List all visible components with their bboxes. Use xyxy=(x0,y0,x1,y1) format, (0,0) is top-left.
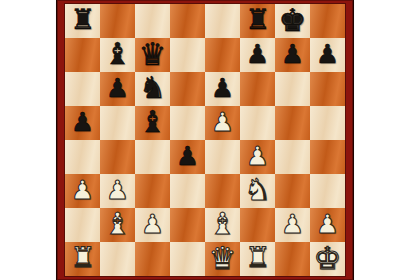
square-g2: ♟ xyxy=(275,208,310,242)
white-rook-icon: ♜ xyxy=(70,244,95,272)
white-bishop-icon: ♝ xyxy=(209,209,236,239)
square-e2: ♝ xyxy=(205,208,240,242)
square-c8 xyxy=(135,4,170,38)
white-pawn-icon: ♟ xyxy=(141,211,164,237)
square-c4 xyxy=(135,140,170,174)
square-a4 xyxy=(65,140,100,174)
white-bishop-icon: ♝ xyxy=(104,209,131,239)
black-pawn-icon: ♟ xyxy=(281,41,304,67)
black-pawn-icon: ♟ xyxy=(106,75,129,101)
black-king-icon: ♚ xyxy=(279,5,307,36)
square-d1 xyxy=(170,242,205,276)
white-knight-icon: ♞ xyxy=(244,175,271,205)
square-d5 xyxy=(170,106,205,140)
square-b4 xyxy=(100,140,135,174)
square-e7 xyxy=(205,38,240,72)
square-h2: ♟ xyxy=(310,208,345,242)
square-e6: ♟ xyxy=(205,72,240,106)
square-e3 xyxy=(205,174,240,208)
black-pawn-icon: ♟ xyxy=(246,41,269,67)
square-b3: ♟ xyxy=(100,174,135,208)
black-pawn-icon: ♟ xyxy=(176,143,199,169)
chess-board: ♜♜♚♝♛♟♟♟♟♞♟♟♝♟♟♟♟♟♞♝♟♝♟♟♜♛♜♚ xyxy=(65,4,345,276)
square-h6 xyxy=(310,72,345,106)
square-a5: ♟ xyxy=(65,106,100,140)
square-g4 xyxy=(275,140,310,174)
black-pawn-icon: ♟ xyxy=(71,109,94,135)
square-b7: ♝ xyxy=(100,38,135,72)
square-d6 xyxy=(170,72,205,106)
white-pawn-icon: ♟ xyxy=(246,143,269,169)
square-h7: ♟ xyxy=(310,38,345,72)
square-h4 xyxy=(310,140,345,174)
square-b6: ♟ xyxy=(100,72,135,106)
chess-board-frame: ♜♜♚♝♛♟♟♟♟♞♟♟♝♟♟♟♟♟♞♝♟♝♟♟♜♛♜♚ xyxy=(57,0,353,280)
black-rook-icon: ♜ xyxy=(70,6,95,34)
square-d4: ♟ xyxy=(170,140,205,174)
square-a7 xyxy=(65,38,100,72)
square-g8: ♚ xyxy=(275,4,310,38)
square-a3: ♟ xyxy=(65,174,100,208)
square-d3 xyxy=(170,174,205,208)
square-d8 xyxy=(170,4,205,38)
square-e8 xyxy=(205,4,240,38)
square-d2 xyxy=(170,208,205,242)
square-f6 xyxy=(240,72,275,106)
white-pawn-icon: ♟ xyxy=(281,211,304,237)
square-e5: ♟ xyxy=(205,106,240,140)
square-c2: ♟ xyxy=(135,208,170,242)
square-f3: ♞ xyxy=(240,174,275,208)
square-c3 xyxy=(135,174,170,208)
square-e4 xyxy=(205,140,240,174)
square-f8: ♜ xyxy=(240,4,275,38)
square-g5 xyxy=(275,106,310,140)
square-h5 xyxy=(310,106,345,140)
square-f2 xyxy=(240,208,275,242)
white-king-icon: ♚ xyxy=(314,243,342,274)
square-c7: ♛ xyxy=(135,38,170,72)
black-pawn-icon: ♟ xyxy=(316,41,339,67)
white-pawn-icon: ♟ xyxy=(71,177,94,203)
square-g7: ♟ xyxy=(275,38,310,72)
white-pawn-icon: ♟ xyxy=(211,109,234,135)
square-h8 xyxy=(310,4,345,38)
square-c6: ♞ xyxy=(135,72,170,106)
square-f4: ♟ xyxy=(240,140,275,174)
white-rook-icon: ♜ xyxy=(245,244,270,272)
square-g6 xyxy=(275,72,310,106)
square-h1: ♚ xyxy=(310,242,345,276)
white-pawn-icon: ♟ xyxy=(316,211,339,237)
square-b8 xyxy=(100,4,135,38)
black-pawn-icon: ♟ xyxy=(211,75,234,101)
square-f1: ♜ xyxy=(240,242,275,276)
black-bishop-icon: ♝ xyxy=(104,39,131,69)
square-a2 xyxy=(65,208,100,242)
square-d7 xyxy=(170,38,205,72)
square-a6 xyxy=(65,72,100,106)
black-bishop-icon: ♝ xyxy=(139,107,166,137)
black-rook-icon: ♜ xyxy=(245,6,270,34)
black-knight-icon: ♞ xyxy=(139,73,166,103)
square-b1 xyxy=(100,242,135,276)
square-b2: ♝ xyxy=(100,208,135,242)
white-queen-icon: ♛ xyxy=(209,243,237,274)
square-f7: ♟ xyxy=(240,38,275,72)
square-f5 xyxy=(240,106,275,140)
black-queen-icon: ♛ xyxy=(139,39,167,70)
square-c5: ♝ xyxy=(135,106,170,140)
white-pawn-icon: ♟ xyxy=(106,177,129,203)
square-h3 xyxy=(310,174,345,208)
square-a8: ♜ xyxy=(65,4,100,38)
square-a1: ♜ xyxy=(65,242,100,276)
square-g1 xyxy=(275,242,310,276)
square-e1: ♛ xyxy=(205,242,240,276)
square-g3 xyxy=(275,174,310,208)
square-c1 xyxy=(135,242,170,276)
square-b5 xyxy=(100,106,135,140)
